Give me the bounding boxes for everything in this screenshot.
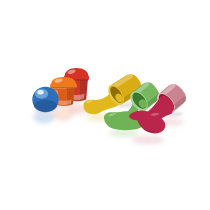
reflection-green-paint [109, 129, 139, 137]
reflection-crimson-paint [132, 136, 164, 145]
blue-lid-specular [37, 90, 43, 95]
blue-lid-lower-shade [34, 100, 57, 112]
photo-canvas [0, 0, 210, 210]
photo-finger-paint-pots [0, 0, 210, 210]
blue-lid [32, 87, 58, 113]
orange-pot-lid-rim-edge [50, 87, 77, 88]
